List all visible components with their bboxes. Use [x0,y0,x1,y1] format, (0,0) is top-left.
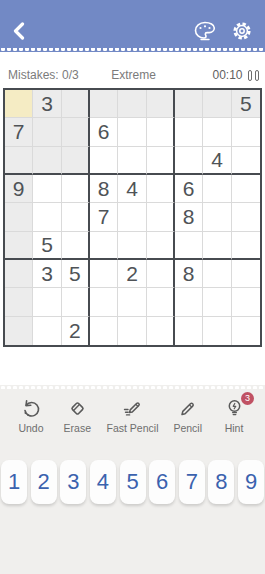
numpad-8[interactable]: 8 [208,460,234,504]
cell-r4c4[interactable]: 8 [90,175,118,203]
cell-r3c2[interactable] [33,147,61,175]
fast-pencil-button[interactable]: Fast Pencil [107,397,159,434]
theme-palette-icon[interactable] [193,20,217,42]
fast-pencil-label: Fast Pencil [107,422,159,434]
status-row: Mistakes: 0/3 Extreme 00:10 [0,68,265,82]
cell-r5c5[interactable] [118,203,146,231]
cell-r7c3[interactable]: 5 [62,260,90,288]
cell-r3c3[interactable] [62,147,90,175]
cell-r1c5[interactable] [118,90,146,118]
cell-r9c2[interactable] [33,317,61,345]
cell-r2c3[interactable] [62,118,90,146]
eraser-icon [66,397,89,420]
cell-r5c4[interactable]: 7 [90,203,118,231]
cell-r8c3[interactable] [62,288,90,316]
cell-r5c6[interactable] [147,203,175,231]
cell-r6c5[interactable] [118,232,146,260]
cell-r6c3[interactable] [62,232,90,260]
cell-r6c7[interactable] [175,232,203,260]
cell-r9c4[interactable] [90,317,118,345]
fast-pencil-icon [121,397,144,420]
timer: 00:10 [212,68,242,82]
bottom-panel: Undo Erase Fast Pencil Pen [0,385,265,574]
cell-r4c6[interactable] [147,175,175,203]
cell-r3c7[interactable] [175,147,203,175]
cell-r1c2[interactable]: 3 [33,90,61,118]
numpad-9[interactable]: 9 [238,460,264,504]
cell-r2c4[interactable]: 6 [90,118,118,146]
numpad-5[interactable]: 5 [120,460,146,504]
cell-r1c7[interactable] [175,90,203,118]
cell-r2c8[interactable] [203,118,231,146]
cell-r6c8[interactable] [203,232,231,260]
cell-r2c5[interactable] [118,118,146,146]
cell-r8c6[interactable] [147,288,175,316]
erase-button[interactable]: Erase [60,397,94,434]
cell-r1c1[interactable] [5,90,33,118]
cell-r2c1[interactable]: 7 [5,118,33,146]
settings-gear-icon[interactable] [231,20,253,42]
cell-r2c7[interactable] [175,118,203,146]
cell-r8c4[interactable] [90,288,118,316]
undo-button[interactable]: Undo [14,397,48,434]
cell-r9c9[interactable] [232,317,260,345]
cell-r6c1[interactable] [5,232,33,260]
cell-r5c2[interactable] [33,203,61,231]
cell-r4c8[interactable] [203,175,231,203]
cell-r1c8[interactable] [203,90,231,118]
pencil-button[interactable]: Pencil [171,397,205,434]
numpad-2[interactable]: 2 [31,460,57,504]
cell-r8c9[interactable] [232,288,260,316]
cell-r6c6[interactable] [147,232,175,260]
mistakes-counter: Mistakes: 0/3 [8,68,100,82]
cell-r8c2[interactable] [33,288,61,316]
tool-bar: Undo Erase Fast Pencil Pen [0,385,265,434]
cell-r8c8[interactable] [203,288,231,316]
undo-icon [20,397,43,420]
cell-r7c7[interactable]: 8 [175,260,203,288]
cell-r9c1[interactable] [5,317,33,345]
cell-r5c7[interactable]: 8 [175,203,203,231]
cell-r7c6[interactable] [147,260,175,288]
cell-r6c4[interactable] [90,232,118,260]
numpad-7[interactable]: 7 [179,460,205,504]
hint-badge: 3 [241,392,254,405]
cell-r2c6[interactable] [147,118,175,146]
cell-r9c7[interactable] [175,317,203,345]
hint-label: Hint [225,422,244,434]
back-button[interactable] [12,20,34,42]
cell-r7c4[interactable] [90,260,118,288]
cell-r5c8[interactable] [203,203,231,231]
cell-r1c4[interactable] [90,90,118,118]
cell-r8c1[interactable] [5,288,33,316]
cell-r9c5[interactable] [118,317,146,345]
cell-r5c9[interactable] [232,203,260,231]
cell-r3c5[interactable] [118,147,146,175]
pause-button[interactable] [248,70,260,81]
numpad-4[interactable]: 4 [90,460,116,504]
cell-r3c6[interactable] [147,147,175,175]
numpad-6[interactable]: 6 [149,460,175,504]
cell-r7c2[interactable]: 3 [33,260,61,288]
cell-r4c3[interactable] [62,175,90,203]
erase-label: Erase [64,422,91,434]
cell-r9c6[interactable] [147,317,175,345]
sudoku-board: 35764984678535282 [3,88,262,347]
cell-r4c7[interactable]: 6 [175,175,203,203]
cell-r4c5[interactable]: 4 [118,175,146,203]
undo-label: Undo [18,422,43,434]
cell-r1c9[interactable]: 5 [232,90,260,118]
pencil-label: Pencil [173,422,202,434]
difficulty-label: Extreme [100,68,167,82]
number-pad: 123456789 [0,460,265,504]
cell-r7c5[interactable]: 2 [118,260,146,288]
cell-r6c2[interactable]: 5 [33,232,61,260]
numpad-1[interactable]: 1 [1,460,27,504]
cell-r3c8[interactable]: 4 [203,147,231,175]
cell-r6c9[interactable] [232,232,260,260]
cell-r1c6[interactable] [147,90,175,118]
cell-r5c1[interactable] [5,203,33,231]
cell-r4c9[interactable] [232,175,260,203]
hint-button[interactable]: 3 Hint [217,397,251,434]
cell-r5c3[interactable] [62,203,90,231]
cell-r3c1[interactable] [5,147,33,175]
cell-r9c8[interactable] [203,317,231,345]
numpad-3[interactable]: 3 [60,460,86,504]
cell-r3c9[interactable] [232,147,260,175]
cell-r4c1[interactable]: 9 [5,175,33,203]
cell-r3c4[interactable] [90,147,118,175]
pencil-icon [176,397,199,420]
cell-r2c2[interactable] [33,118,61,146]
cell-r7c9[interactable] [232,260,260,288]
cell-r8c5[interactable] [118,288,146,316]
app-header [0,0,265,52]
cell-r1c3[interactable] [62,90,90,118]
cell-r4c2[interactable] [33,175,61,203]
back-chevron-icon [12,22,26,40]
cell-r8c7[interactable] [175,288,203,316]
cell-r7c8[interactable] [203,260,231,288]
cell-r9c3[interactable]: 2 [62,317,90,345]
cell-r7c1[interactable] [5,260,33,288]
cell-r2c9[interactable] [232,118,260,146]
